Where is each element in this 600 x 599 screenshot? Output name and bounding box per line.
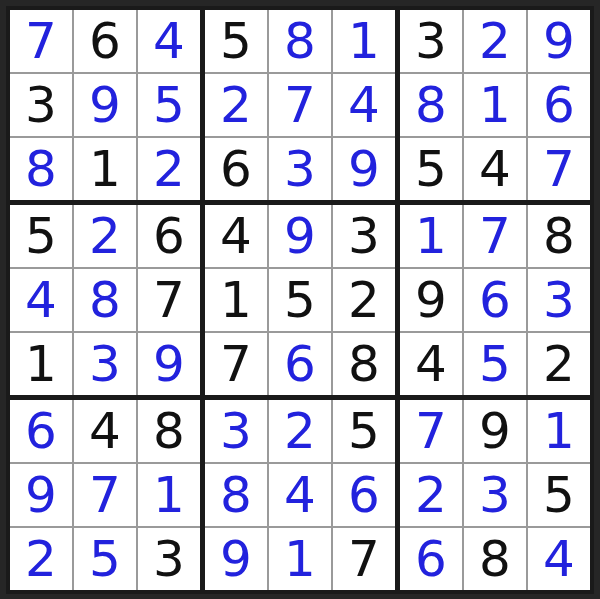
cell-r8c6[interactable]: 6 [333,464,395,526]
cell-r4c8[interactable]: 7 [464,205,526,267]
block-0: 764395812 [10,10,200,200]
cell-r1c2[interactable]: 6 [74,10,136,72]
cell-r8c3[interactable]: 1 [138,464,200,526]
cell-r3c3[interactable]: 2 [138,138,200,200]
cell-r1c4[interactable]: 5 [205,10,267,72]
block-6: 648971253 [10,400,200,590]
cell-r2c5[interactable]: 7 [269,74,331,136]
cell-r6c8[interactable]: 5 [464,333,526,395]
cell-r5c4[interactable]: 1 [205,269,267,331]
cell-r3c9[interactable]: 7 [528,138,590,200]
cell-r5c9[interactable]: 3 [528,269,590,331]
cell-r4c4[interactable]: 4 [205,205,267,267]
cell-r7c6[interactable]: 5 [333,400,395,462]
cell-r9c5[interactable]: 1 [269,528,331,590]
cell-r5c2[interactable]: 8 [74,269,136,331]
cell-r4c5[interactable]: 9 [269,205,331,267]
cell-r5c1[interactable]: 4 [10,269,72,331]
cell-r2c9[interactable]: 6 [528,74,590,136]
cell-r7c9[interactable]: 1 [528,400,590,462]
cell-r9c9[interactable]: 4 [528,528,590,590]
block-7: 325846917 [205,400,395,590]
block-3: 526487139 [10,205,200,395]
cell-r7c8[interactable]: 9 [464,400,526,462]
cell-r2c3[interactable]: 5 [138,74,200,136]
cell-r4c9[interactable]: 8 [528,205,590,267]
block-4: 493152768 [205,205,395,395]
cell-r5c5[interactable]: 5 [269,269,331,331]
cell-r2c6[interactable]: 4 [333,74,395,136]
cell-r4c2[interactable]: 2 [74,205,136,267]
cell-r6c5[interactable]: 6 [269,333,331,395]
block-1: 581274639 [205,10,395,200]
sudoku-page: 7643958125812746393298165475264871394931… [0,0,600,599]
cell-r9c4[interactable]: 9 [205,528,267,590]
cell-r4c6[interactable]: 3 [333,205,395,267]
cell-r4c7[interactable]: 1 [400,205,462,267]
cell-r6c3[interactable]: 9 [138,333,200,395]
cell-r3c6[interactable]: 9 [333,138,395,200]
cell-r2c2[interactable]: 9 [74,74,136,136]
cell-r6c2[interactable]: 3 [74,333,136,395]
cell-r9c1[interactable]: 2 [10,528,72,590]
cell-r2c1[interactable]: 3 [10,74,72,136]
cell-r1c3[interactable]: 4 [138,10,200,72]
cell-r8c7[interactable]: 2 [400,464,462,526]
cell-r7c3[interactable]: 8 [138,400,200,462]
cell-r5c6[interactable]: 2 [333,269,395,331]
cell-r3c1[interactable]: 8 [10,138,72,200]
block-5: 178963452 [400,205,590,395]
cell-r6c1[interactable]: 1 [10,333,72,395]
cell-r1c7[interactable]: 3 [400,10,462,72]
cell-r4c3[interactable]: 6 [138,205,200,267]
cell-r8c8[interactable]: 3 [464,464,526,526]
cell-r5c3[interactable]: 7 [138,269,200,331]
cell-r9c2[interactable]: 5 [74,528,136,590]
cell-r1c5[interactable]: 8 [269,10,331,72]
cell-r4c1[interactable]: 5 [10,205,72,267]
cell-r3c7[interactable]: 5 [400,138,462,200]
block-8: 791235684 [400,400,590,590]
cell-r1c8[interactable]: 2 [464,10,526,72]
cell-r2c8[interactable]: 1 [464,74,526,136]
cell-r7c2[interactable]: 4 [74,400,136,462]
cell-r8c1[interactable]: 9 [10,464,72,526]
cell-r2c4[interactable]: 2 [205,74,267,136]
cell-r8c9[interactable]: 5 [528,464,590,526]
cell-r6c9[interactable]: 2 [528,333,590,395]
cell-r6c7[interactable]: 4 [400,333,462,395]
cell-r3c8[interactable]: 4 [464,138,526,200]
sudoku-board: 7643958125812746393298165475264871394931… [6,6,594,594]
cell-r1c6[interactable]: 1 [333,10,395,72]
cell-r1c9[interactable]: 9 [528,10,590,72]
cell-r6c4[interactable]: 7 [205,333,267,395]
cell-r3c5[interactable]: 3 [269,138,331,200]
cell-r7c4[interactable]: 3 [205,400,267,462]
cell-r9c7[interactable]: 6 [400,528,462,590]
cell-r6c6[interactable]: 8 [333,333,395,395]
cell-r5c8[interactable]: 6 [464,269,526,331]
cell-r7c7[interactable]: 7 [400,400,462,462]
cell-r7c1[interactable]: 6 [10,400,72,462]
cell-r1c1[interactable]: 7 [10,10,72,72]
cell-r9c8[interactable]: 8 [464,528,526,590]
cell-r3c2[interactable]: 1 [74,138,136,200]
cell-r8c4[interactable]: 8 [205,464,267,526]
cell-r8c5[interactable]: 4 [269,464,331,526]
cell-r8c2[interactable]: 7 [74,464,136,526]
cell-r3c4[interactable]: 6 [205,138,267,200]
cell-r9c3[interactable]: 3 [138,528,200,590]
cell-r2c7[interactable]: 8 [400,74,462,136]
cell-r7c5[interactable]: 2 [269,400,331,462]
block-2: 329816547 [400,10,590,200]
cell-r5c7[interactable]: 9 [400,269,462,331]
cell-r9c6[interactable]: 7 [333,528,395,590]
